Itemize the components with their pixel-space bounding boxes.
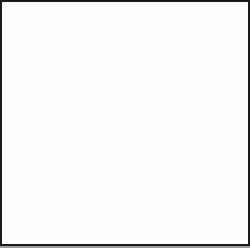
sudoku-board — [0, 0, 250, 246]
sudoku-app — [0, 0, 250, 248]
